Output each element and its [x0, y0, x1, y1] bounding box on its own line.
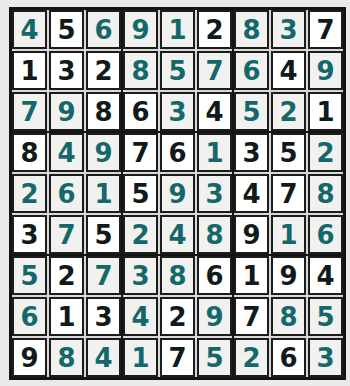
cell-r5c3[interactable]: 1 [86, 174, 121, 213]
cell-r5c6[interactable]: 3 [197, 174, 232, 213]
cell-r5c5[interactable]: 9 [160, 174, 195, 213]
cell-r2c1[interactable]: 1 [12, 51, 47, 90]
cell-r6c1[interactable]: 3 [12, 215, 47, 254]
cell-r1c2[interactable]: 5 [49, 10, 84, 49]
cell-r3c8[interactable]: 2 [271, 92, 306, 131]
cell-r2c2[interactable]: 3 [49, 51, 84, 90]
cell-r3c1[interactable]: 7 [12, 92, 47, 131]
cell-r5c4[interactable]: 5 [123, 174, 158, 213]
cell-r3c5[interactable]: 3 [160, 92, 195, 131]
cell-r8c2[interactable]: 1 [49, 297, 84, 336]
cell-r1c6[interactable]: 2 [197, 10, 232, 49]
cell-r7c2[interactable]: 2 [49, 256, 84, 295]
cell-r8c4[interactable]: 4 [123, 297, 158, 336]
cell-r7c3[interactable]: 7 [86, 256, 121, 295]
cell-r2c5[interactable]: 5 [160, 51, 195, 90]
cell-r9c4[interactable]: 1 [123, 338, 158, 377]
cell-r7c5[interactable]: 8 [160, 256, 195, 295]
cell-r4c8[interactable]: 5 [271, 133, 306, 172]
cell-r1c4[interactable]: 9 [123, 10, 158, 49]
cell-r9c1[interactable]: 9 [12, 338, 47, 377]
cell-r5c2[interactable]: 6 [49, 174, 84, 213]
cell-r7c9[interactable]: 4 [308, 256, 343, 295]
cell-r1c9[interactable]: 7 [308, 10, 343, 49]
sudoku-box-1: 456132798 [12, 10, 121, 131]
cell-r7c8[interactable]: 9 [271, 256, 306, 295]
cell-r7c6[interactable]: 6 [197, 256, 232, 295]
cell-r1c3[interactable]: 6 [86, 10, 121, 49]
cell-r9c2[interactable]: 8 [49, 338, 84, 377]
cell-r3c6[interactable]: 4 [197, 92, 232, 131]
cell-r9c9[interactable]: 3 [308, 338, 343, 377]
cell-r3c2[interactable]: 9 [49, 92, 84, 131]
cell-r5c9[interactable]: 8 [308, 174, 343, 213]
sudoku-box-6: 352478916 [234, 133, 343, 254]
cell-r4c9[interactable]: 2 [308, 133, 343, 172]
cell-r9c7[interactable]: 2 [234, 338, 269, 377]
sudoku-box-9: 194785263 [234, 256, 343, 377]
cell-r4c3[interactable]: 9 [86, 133, 121, 172]
sudoku-page: 4561327989128576348376495218492613757615… [0, 0, 350, 380]
cell-r1c8[interactable]: 3 [271, 10, 306, 49]
sudoku-box-5: 761593248 [123, 133, 232, 254]
cell-r9c3[interactable]: 4 [86, 338, 121, 377]
cell-r9c5[interactable]: 7 [160, 338, 195, 377]
cell-r8c7[interactable]: 7 [234, 297, 269, 336]
cell-r3c4[interactable]: 6 [123, 92, 158, 131]
cell-r9c8[interactable]: 6 [271, 338, 306, 377]
cell-r2c4[interactable]: 8 [123, 51, 158, 90]
cell-r3c3[interactable]: 8 [86, 92, 121, 131]
sudoku-box-8: 386429175 [123, 256, 232, 377]
sudoku-box-3: 837649521 [234, 10, 343, 131]
cell-r8c8[interactable]: 8 [271, 297, 306, 336]
cell-r6c2[interactable]: 7 [49, 215, 84, 254]
cell-r7c1[interactable]: 5 [12, 256, 47, 295]
cell-r6c5[interactable]: 4 [160, 215, 195, 254]
cell-r2c7[interactable]: 6 [234, 51, 269, 90]
sudoku-box-4: 849261375 [12, 133, 121, 254]
cell-r4c2[interactable]: 4 [49, 133, 84, 172]
cell-r2c9[interactable]: 9 [308, 51, 343, 90]
cell-r7c7[interactable]: 1 [234, 256, 269, 295]
cell-r7c4[interactable]: 3 [123, 256, 158, 295]
cell-r3c7[interactable]: 5 [234, 92, 269, 131]
cell-r1c7[interactable]: 8 [234, 10, 269, 49]
cell-r8c1[interactable]: 6 [12, 297, 47, 336]
cell-r4c5[interactable]: 6 [160, 133, 195, 172]
cell-r6c8[interactable]: 1 [271, 215, 306, 254]
cell-r8c6[interactable]: 9 [197, 297, 232, 336]
cell-r8c3[interactable]: 3 [86, 297, 121, 336]
cell-r4c1[interactable]: 8 [12, 133, 47, 172]
cell-r6c6[interactable]: 8 [197, 215, 232, 254]
cell-r6c7[interactable]: 9 [234, 215, 269, 254]
cell-r6c4[interactable]: 2 [123, 215, 158, 254]
cell-r5c8[interactable]: 7 [271, 174, 306, 213]
cell-r9c6[interactable]: 5 [197, 338, 232, 377]
cell-r1c5[interactable]: 1 [160, 10, 195, 49]
cell-r5c7[interactable]: 4 [234, 174, 269, 213]
sudoku-box-2: 912857634 [123, 10, 232, 131]
sudoku-box-7: 527613984 [12, 256, 121, 377]
cell-r8c5[interactable]: 2 [160, 297, 195, 336]
cell-r1c1[interactable]: 4 [12, 10, 47, 49]
cell-r4c4[interactable]: 7 [123, 133, 158, 172]
cell-r4c6[interactable]: 1 [197, 133, 232, 172]
cell-r6c9[interactable]: 6 [308, 215, 343, 254]
cell-r2c8[interactable]: 4 [271, 51, 306, 90]
cell-r6c3[interactable]: 5 [86, 215, 121, 254]
sudoku-board: 4561327989128576348376495218492613757615… [9, 7, 346, 380]
cell-r2c3[interactable]: 2 [86, 51, 121, 90]
cell-r3c9[interactable]: 1 [308, 92, 343, 131]
cell-r4c7[interactable]: 3 [234, 133, 269, 172]
cell-r8c9[interactable]: 5 [308, 297, 343, 336]
cell-r2c6[interactable]: 7 [197, 51, 232, 90]
cell-r5c1[interactable]: 2 [12, 174, 47, 213]
